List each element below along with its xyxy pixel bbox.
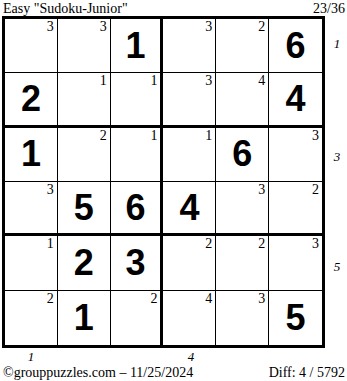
cell-value: 2 — [58, 236, 110, 289]
cell-r1c2[interactable]: 3 — [58, 19, 111, 73]
pencil-mark: 1 — [100, 73, 107, 89]
cell-r2c4[interactable]: 3 — [163, 73, 216, 127]
row-label-5: 5 — [329, 260, 345, 274]
cell-r1c1[interactable]: 3 — [5, 19, 58, 73]
pencil-mark: 3 — [47, 182, 54, 198]
pencil-mark: 2 — [150, 291, 157, 307]
cell-value: 5 — [58, 182, 110, 233]
cell-r6c5[interactable]: 3 — [216, 291, 269, 345]
cell-r2c5[interactable]: 4 — [216, 73, 269, 127]
cell-r2c6[interactable]: 4 — [269, 73, 322, 127]
cell-r5c1[interactable]: 1 — [5, 236, 58, 290]
cell-r4c4[interactable]: 4 — [163, 182, 216, 236]
cell-r6c2[interactable]: 1 — [58, 291, 111, 345]
cell-r3c4[interactable]: 1 — [163, 128, 216, 182]
cell-r2c1[interactable]: 2 — [5, 73, 58, 127]
pencil-mark: 3 — [258, 182, 265, 198]
cell-r6c1[interactable]: 2 — [5, 291, 58, 345]
difficulty-label: Diff: 4 / 5792 — [269, 365, 345, 380]
cell-value: 4 — [269, 73, 322, 124]
cell-r4c5[interactable]: 3 — [216, 182, 269, 236]
pencil-mark: 2 — [100, 128, 107, 144]
pencil-mark: 3 — [205, 19, 212, 35]
cell-value: 6 — [216, 128, 268, 181]
cell-r5c4[interactable]: 2 — [163, 236, 216, 290]
cell-r3c1[interactable]: 1 — [5, 128, 58, 182]
cell-r6c4[interactable]: 4 — [163, 291, 216, 345]
cell-r1c6[interactable]: 6 — [269, 19, 322, 73]
pencil-mark: 1 — [47, 236, 54, 252]
cell-value: 6 — [111, 182, 161, 233]
cell-r1c3[interactable]: 1 — [111, 19, 164, 73]
copyright-date: ©grouppuzzles.com – 11/25/2024 — [3, 365, 193, 380]
row-label-3: 3 — [329, 150, 345, 164]
cell-value: 6 — [269, 19, 322, 72]
pencil-mark: 3 — [205, 73, 212, 89]
pencil-mark: 4 — [258, 73, 265, 89]
cell-value: 1 — [5, 128, 57, 181]
cell-r6c6[interactable]: 5 — [269, 291, 322, 345]
cell-r4c6[interactable]: 2 — [269, 182, 322, 236]
cell-r1c4[interactable]: 3 — [163, 19, 216, 73]
cell-value: 3 — [111, 236, 161, 289]
pencil-mark: 3 — [312, 128, 319, 144]
cell-r5c3[interactable]: 3 — [111, 236, 164, 290]
cell-value: 2 — [5, 73, 57, 124]
puzzle-counter: 23/36 — [313, 1, 345, 16]
cell-r3c5[interactable]: 6 — [216, 128, 269, 182]
cell-r2c2[interactable]: 1 — [58, 73, 111, 127]
cell-r6c3[interactable]: 2 — [111, 291, 164, 345]
pencil-mark: 4 — [205, 291, 212, 307]
row-label-1: 1 — [329, 37, 345, 51]
pencil-mark: 2 — [258, 236, 265, 252]
puzzle-title: Easy "Sudoku-Junior" — [3, 1, 128, 16]
cell-r5c5[interactable]: 2 — [216, 236, 269, 290]
pencil-mark: 2 — [47, 291, 54, 307]
puzzle-page: Easy "Sudoku-Junior" 23/36 3313262113441… — [0, 0, 347, 381]
pencil-mark: 2 — [205, 236, 212, 252]
cell-value: 5 — [269, 291, 322, 345]
cell-r3c6[interactable]: 3 — [269, 128, 322, 182]
cell-r2c3[interactable]: 1 — [111, 73, 164, 127]
cell-r1c5[interactable]: 2 — [216, 19, 269, 73]
pencil-mark: 3 — [312, 236, 319, 252]
col-label-4: 4 — [188, 350, 195, 364]
cell-r3c2[interactable]: 2 — [58, 128, 111, 182]
cell-value: 1 — [58, 291, 110, 345]
col-label-1: 1 — [28, 350, 35, 364]
cell-r5c6[interactable]: 3 — [269, 236, 322, 290]
cell-value: 1 — [111, 19, 161, 72]
cell-r5c2[interactable]: 2 — [58, 236, 111, 290]
sudoku-board: 331326211344121163356432123223212435 — [2, 16, 325, 348]
pencil-mark: 1 — [150, 128, 157, 144]
pencil-mark: 1 — [150, 73, 157, 89]
pencil-mark: 1 — [205, 128, 212, 144]
cell-r4c2[interactable]: 5 — [58, 182, 111, 236]
pencil-mark: 3 — [47, 19, 54, 35]
cell-value: 4 — [163, 182, 215, 233]
pencil-mark: 3 — [100, 19, 107, 35]
cell-r3c3[interactable]: 1 — [111, 128, 164, 182]
pencil-mark: 3 — [258, 291, 265, 307]
cell-r4c1[interactable]: 3 — [5, 182, 58, 236]
pencil-mark: 2 — [312, 182, 319, 198]
pencil-mark: 2 — [258, 19, 265, 35]
cell-r4c3[interactable]: 6 — [111, 182, 164, 236]
